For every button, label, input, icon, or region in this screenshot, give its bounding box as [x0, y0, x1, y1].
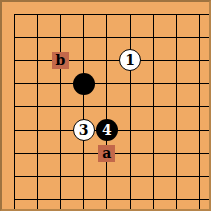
grid-line-vertical: [37, 14, 38, 210]
grid-line-vertical: [176, 14, 177, 210]
grid-line-horizontal: [14, 176, 210, 177]
grid-line-horizontal: [14, 83, 210, 84]
grid-line-vertical: [14, 14, 15, 210]
black-stone: [73, 73, 95, 95]
point-marker-a: a: [98, 145, 115, 162]
grid-line-horizontal: [14, 60, 210, 61]
grid-line-horizontal: [14, 199, 210, 200]
grid-line-horizontal: [14, 14, 210, 15]
black-stone-4: 4: [96, 119, 118, 141]
grid-line-vertical: [199, 14, 200, 210]
point-marker-b: b: [52, 52, 69, 69]
grid-line-vertical: [106, 14, 107, 210]
white-stone-1: 1: [119, 49, 141, 71]
grid-line-vertical: [83, 14, 84, 210]
grid-line-horizontal: [14, 37, 210, 38]
grid-line-vertical: [60, 14, 61, 210]
grid-line-vertical: [130, 14, 131, 210]
white-stone-3: 3: [73, 119, 95, 141]
go-board-diagram: ba134: [0, 0, 211, 211]
grid-line-vertical: [153, 14, 154, 210]
grid-line-horizontal: [14, 106, 210, 107]
